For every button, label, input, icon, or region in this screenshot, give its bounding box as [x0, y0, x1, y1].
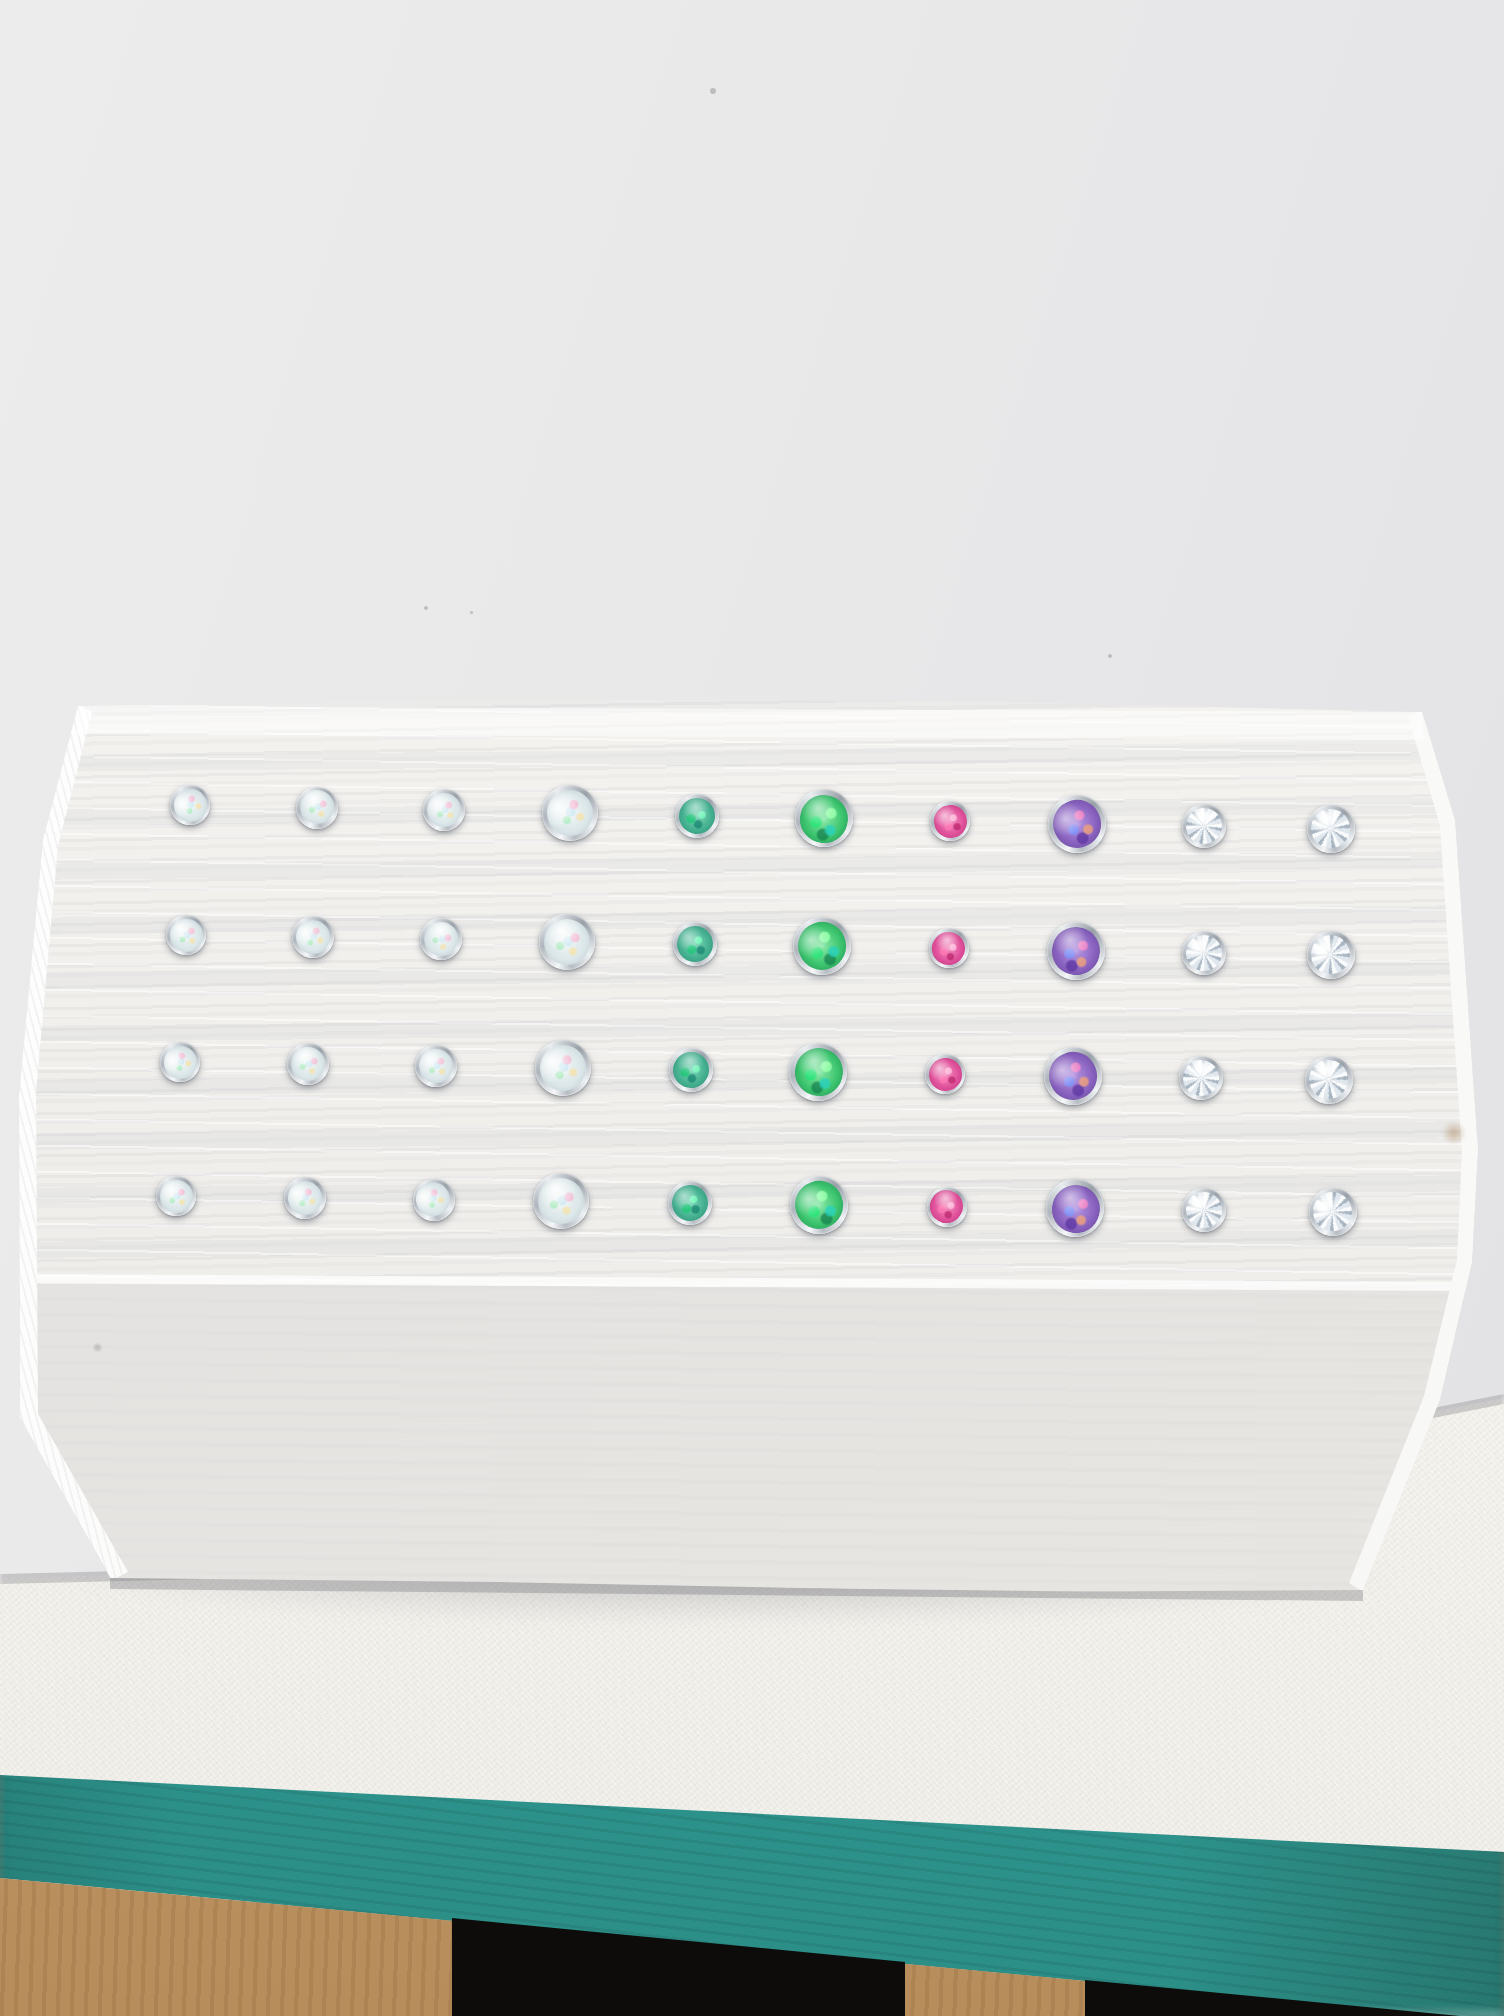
stud-row1-col10-clear-cz [1307, 805, 1355, 853]
stud-row4-col1-white-opal [156, 1176, 196, 1216]
clear-cz-gem [1176, 1053, 1225, 1102]
stud-row1-col1-white-opal [170, 785, 210, 825]
stud-row1-col9-clear-cz [1182, 804, 1226, 848]
stud-row3-col9-clear-cz [1179, 1056, 1223, 1100]
clear-cz-gem [1305, 929, 1358, 982]
white-opal-gem [410, 1176, 458, 1224]
stud-row3-col10-clear-cz [1305, 1056, 1353, 1104]
stud-row3-col8-purple-opal [1044, 1047, 1102, 1105]
stud-row3-col3-white-opal [415, 1045, 457, 1087]
white-opal-gem [426, 793, 462, 829]
stud-row3-col2-white-opal [287, 1043, 329, 1085]
stud-row2-col10-clear-cz [1307, 931, 1355, 979]
purple-opal-gem [1048, 922, 1104, 978]
stud-row2-col1-white-opal [166, 915, 206, 955]
white-opal-gem [283, 1176, 326, 1219]
green-opal-gem [788, 1174, 849, 1235]
clear-cz-gem [1306, 1057, 1352, 1103]
stud-row4-col3-white-opal [413, 1179, 455, 1221]
white-opal-gem [295, 786, 338, 829]
stud-row1-col7-pink-opal [930, 801, 970, 841]
stud-row2-col4-white-opal [539, 914, 595, 970]
green-opal-gem [665, 1045, 715, 1095]
pink-opal-gem [928, 1056, 963, 1091]
stud-row2-col9-clear-cz [1182, 931, 1226, 975]
stud-row4-col2-white-opal [284, 1177, 326, 1219]
stud-row2-col2-white-opal [292, 916, 334, 958]
stud-row4-col10-clear-cz [1309, 1188, 1357, 1236]
purple-opal-gem [1047, 1180, 1105, 1238]
stud-row2-col3-white-opal [420, 918, 462, 960]
stud-row2-col5-green-opal [673, 922, 717, 966]
green-opal-gem [791, 915, 853, 977]
stud-row4-col8-purple-opal [1046, 1179, 1104, 1237]
white-opal-gem [159, 1179, 193, 1213]
stud-row4-col7-pink-opal [927, 1187, 967, 1227]
clear-cz-gem [1185, 1191, 1224, 1230]
clear-cz-gem [1183, 933, 1223, 973]
green-opal-gem [789, 1043, 847, 1101]
white-opal-gem [286, 1042, 330, 1086]
stud-row1-col4-white-opal [542, 785, 598, 841]
clear-cz-gem [1180, 802, 1229, 851]
stud-row2-col7-pink-opal [929, 928, 969, 968]
pink-opal-gem [932, 803, 968, 839]
stud-row3-col5-green-opal [669, 1048, 713, 1092]
stud-row1-col8-purple-opal [1048, 795, 1106, 853]
photo-scene [0, 0, 1504, 2016]
white-opal-gem [532, 1172, 590, 1230]
white-opal-gem [157, 1039, 203, 1085]
white-opal-gem [292, 916, 335, 959]
white-opal-gem [539, 913, 596, 970]
white-opal-gem [419, 1049, 453, 1083]
green-opal-gem [676, 925, 714, 963]
stud-row3-col1-white-opal [160, 1042, 200, 1082]
green-opal-gem [672, 791, 722, 841]
stud-row4-col5-green-opal [668, 1181, 712, 1225]
stud-row4-col9-clear-cz [1182, 1188, 1226, 1232]
stud-row1-col2-white-opal [296, 787, 338, 829]
white-opal-gem [417, 915, 465, 963]
clear-cz-gem [1308, 806, 1353, 851]
stud-row2-col6-green-opal [793, 917, 851, 975]
pink-opal-gem [926, 926, 971, 971]
purple-opal-gem [1042, 1045, 1104, 1107]
white-opal-gem [167, 782, 213, 828]
white-opal-gem [169, 918, 202, 951]
stud-row1-col3-white-opal [423, 789, 465, 831]
stud-row1-col5-green-opal [675, 794, 719, 838]
white-opal-gem [533, 1039, 591, 1097]
stud-row1-col6-green-opal [795, 789, 853, 847]
green-opal-gem [795, 790, 852, 847]
green-opal-gem [672, 1185, 709, 1222]
stud-row3-col6-green-opal [789, 1043, 847, 1101]
white-opal-gem [540, 783, 599, 842]
clear-cz-gem [1307, 1186, 1359, 1238]
stud-row4-col4-white-opal [533, 1173, 589, 1229]
stud-row3-col4-white-opal [535, 1040, 591, 1096]
studs-grid [0, 0, 1504, 2016]
stud-row4-col6-green-opal [790, 1176, 848, 1234]
stud-row2-col8-purple-opal [1047, 922, 1105, 980]
stud-row3-col7-pink-opal [925, 1054, 965, 1094]
purple-opal-gem [1045, 792, 1108, 855]
pink-opal-gem [924, 1184, 969, 1229]
